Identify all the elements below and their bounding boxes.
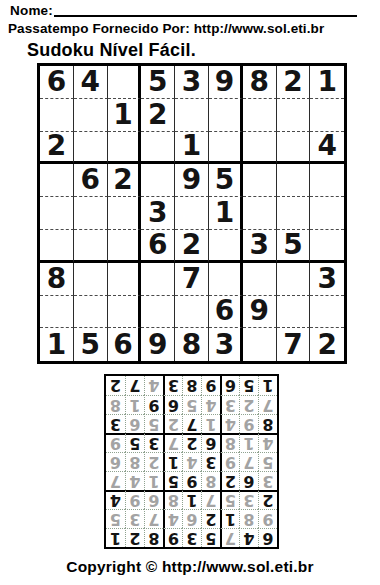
puzzle-cell-r2c7 xyxy=(243,99,277,132)
solution-cell-r8c6: 6 xyxy=(163,395,182,414)
name-label: Nome: xyxy=(10,3,53,18)
puzzle-cell-r1c2: 4 xyxy=(74,66,108,99)
puzzle-cell-r5c6: 1 xyxy=(209,197,243,230)
puzzle-cell-r4c4 xyxy=(141,164,175,197)
solution-cell-r9c7: 4 xyxy=(144,376,163,395)
name-row: Nome: xyxy=(10,3,357,18)
solution-cell-r5c3: 9 xyxy=(220,452,239,471)
page-title: Sudoku Nível Fácil. xyxy=(27,40,196,61)
puzzle-cell-r8c9 xyxy=(310,296,344,329)
solution-cell-r9c5: 8 xyxy=(182,376,201,395)
solution-cell-r1c2: 4 xyxy=(239,528,258,547)
puzzle-cell-r2c3: 1 xyxy=(108,99,142,132)
solution-cell-r4c3: 2 xyxy=(220,471,239,490)
puzzle-cell-r9c7 xyxy=(243,328,277,361)
solution-cell-r3c9: 4 xyxy=(106,490,125,509)
solution-cell-r4c6: 5 xyxy=(163,471,182,490)
puzzle-cell-r6c9 xyxy=(310,230,344,263)
puzzle-cell-r9c4: 9 xyxy=(141,328,175,361)
solution-cell-r2c6: 4 xyxy=(163,509,182,528)
provided-by-text: Passatempo Fornecido Por: http://www.sol… xyxy=(8,21,324,36)
solution-cell-r7c2: 9 xyxy=(239,414,258,433)
puzzle-cell-r6c8: 5 xyxy=(277,230,311,263)
solution-cell-r9c8: 7 xyxy=(125,376,144,395)
solution-cell-r4c2: 6 xyxy=(239,471,258,490)
solution-cell-r1c5: 3 xyxy=(182,528,201,547)
puzzle-cell-r3c9: 4 xyxy=(310,132,344,165)
puzzle-cell-r5c2 xyxy=(74,197,108,230)
solution-cell-r6c5: 2 xyxy=(182,433,201,452)
solution-cell-r1c9: 1 xyxy=(106,528,125,547)
solution-cell-r1c4: 5 xyxy=(201,528,220,547)
solution-cell-r4c5: 9 xyxy=(182,471,201,490)
puzzle-cell-r2c2 xyxy=(74,99,108,132)
puzzle-cell-r9c6: 3 xyxy=(209,328,243,361)
puzzle-cell-r9c2: 5 xyxy=(74,328,108,361)
puzzle-cell-r1c5: 3 xyxy=(175,66,209,99)
solution-cell-r3c8: 9 xyxy=(125,490,144,509)
puzzle-cell-r3c4 xyxy=(141,132,175,165)
puzzle-cell-r5c9 xyxy=(310,197,344,230)
solution-cell-r4c9: 7 xyxy=(106,471,125,490)
solution-cell-r9c3: 6 xyxy=(220,376,239,395)
puzzle-cell-r8c8 xyxy=(277,296,311,329)
puzzle-cell-r7c2 xyxy=(74,263,108,296)
puzzle-cell-r8c6: 6 xyxy=(209,296,243,329)
puzzle-cell-r1c6: 9 xyxy=(209,66,243,99)
solution-cell-r4c8: 4 xyxy=(125,471,144,490)
puzzle-cell-r3c1: 2 xyxy=(40,132,74,165)
solution-cell-r6c8: 5 xyxy=(125,433,144,452)
solution-cell-r3c5: 1 xyxy=(182,490,201,509)
puzzle-cell-r1c9: 1 xyxy=(310,66,344,99)
puzzle-cell-r6c7: 3 xyxy=(243,230,277,263)
puzzle-cell-r6c1 xyxy=(40,230,74,263)
solution-cell-r5c9: 6 xyxy=(106,452,125,471)
solution-cell-r7c8: 6 xyxy=(125,414,144,433)
solution-cell-r5c4: 3 xyxy=(201,452,220,471)
sudoku-solution-grid-rotated-180: 6475398219812647352357186943628951475793… xyxy=(104,374,279,549)
puzzle-cell-r4c2: 6 xyxy=(74,164,108,197)
puzzle-cell-r4c8 xyxy=(277,164,311,197)
puzzle-cell-r4c1 xyxy=(40,164,74,197)
solution-cell-r6c7: 3 xyxy=(144,433,163,452)
solution-cell-r9c4: 9 xyxy=(201,376,220,395)
puzzle-cell-r7c9: 3 xyxy=(310,263,344,296)
solution-cell-r1c6: 9 xyxy=(163,528,182,547)
puzzle-cell-r3c5: 1 xyxy=(175,132,209,165)
solution-cell-r2c3: 1 xyxy=(220,509,239,528)
solution-cell-r8c3: 3 xyxy=(220,395,239,414)
solution-cell-r3c6: 8 xyxy=(163,490,182,509)
puzzle-cell-r3c2 xyxy=(74,132,108,165)
puzzle-cell-r4c9 xyxy=(310,164,344,197)
solution-cell-r2c4: 2 xyxy=(201,509,220,528)
puzzle-cell-r2c8 xyxy=(277,99,311,132)
solution-cell-r5c5: 4 xyxy=(182,452,201,471)
puzzle-cell-r7c7 xyxy=(243,263,277,296)
puzzle-cell-r2c9 xyxy=(310,99,344,132)
solution-cell-r2c7: 7 xyxy=(144,509,163,528)
puzzle-cell-r5c7 xyxy=(243,197,277,230)
solution-cell-r9c9: 2 xyxy=(106,376,125,395)
puzzle-cell-r8c5 xyxy=(175,296,209,329)
solution-cell-r2c5: 6 xyxy=(182,509,201,528)
puzzle-cell-r1c3 xyxy=(108,66,142,99)
solution-cell-r1c7: 8 xyxy=(144,528,163,547)
puzzle-cell-r5c1 xyxy=(40,197,74,230)
puzzle-cell-r3c8 xyxy=(277,132,311,165)
puzzle-cell-r7c6 xyxy=(209,263,243,296)
solution-cell-r8c8: 1 xyxy=(125,395,144,414)
puzzle-cell-r8c3 xyxy=(108,296,142,329)
copyright-text: Copyright © http://www.sol.eti.br xyxy=(0,558,380,576)
name-blank-line xyxy=(54,15,357,17)
solution-cell-r3c4: 7 xyxy=(201,490,220,509)
solution-cell-r1c3: 7 xyxy=(220,528,239,547)
solution-cell-r7c5: 7 xyxy=(182,414,201,433)
solution-cell-r4c1: 3 xyxy=(258,471,277,490)
solution-cell-r9c1: 1 xyxy=(258,376,277,395)
solution-cell-r2c1: 9 xyxy=(258,509,277,528)
puzzle-cell-r8c2 xyxy=(74,296,108,329)
solution-cell-r8c7: 9 xyxy=(144,395,163,414)
solution-cell-r3c7: 6 xyxy=(144,490,163,509)
puzzle-cell-r4c3: 2 xyxy=(108,164,142,197)
sudoku-worksheet-page: Nome: Passatempo Fornecido Por: http://w… xyxy=(0,0,380,585)
puzzle-cell-r7c3 xyxy=(108,263,142,296)
solution-cell-r7c3: 4 xyxy=(220,414,239,433)
solution-cell-r3c1: 2 xyxy=(258,490,277,509)
puzzle-cell-r4c7 xyxy=(243,164,277,197)
puzzle-cell-r6c3 xyxy=(108,230,142,263)
solution-cell-r2c8: 3 xyxy=(125,509,144,528)
puzzle-cell-r9c5: 8 xyxy=(175,328,209,361)
solution-cell-r6c6: 7 xyxy=(163,433,182,452)
puzzle-cell-r6c6 xyxy=(209,230,243,263)
solution-cell-r5c1: 5 xyxy=(258,452,277,471)
solution-cell-r1c8: 2 xyxy=(125,528,144,547)
solution-cell-r9c6: 3 xyxy=(163,376,182,395)
puzzle-cell-r9c3: 6 xyxy=(108,328,142,361)
puzzle-cell-r8c7: 9 xyxy=(243,296,277,329)
solution-cell-r8c1: 7 xyxy=(258,395,277,414)
puzzle-cell-r8c1 xyxy=(40,296,74,329)
sudoku-puzzle-grid: 645398211221462953162358736915698372 xyxy=(37,63,347,364)
solution-cell-r8c9: 8 xyxy=(106,395,125,414)
solution-cell-r7c4: 1 xyxy=(201,414,220,433)
puzzle-cell-r4c6: 5 xyxy=(209,164,243,197)
puzzle-cell-r5c3 xyxy=(108,197,142,230)
puzzle-cell-r6c4: 6 xyxy=(141,230,175,263)
solution-cell-r8c2: 2 xyxy=(239,395,258,414)
puzzle-cell-r5c5 xyxy=(175,197,209,230)
puzzle-cell-r7c4 xyxy=(141,263,175,296)
solution-cell-r8c4: 4 xyxy=(201,395,220,414)
puzzle-cell-r2c1 xyxy=(40,99,74,132)
solution-cell-r7c1: 8 xyxy=(258,414,277,433)
puzzle-cell-r6c5: 2 xyxy=(175,230,209,263)
solution-cell-r2c2: 8 xyxy=(239,509,258,528)
solution-cell-r6c9: 9 xyxy=(106,433,125,452)
puzzle-cell-r3c3 xyxy=(108,132,142,165)
solution-cell-r5c7: 2 xyxy=(144,452,163,471)
solution-cell-r7c9: 3 xyxy=(106,414,125,433)
puzzle-cell-r2c4: 2 xyxy=(141,99,175,132)
solution-cell-r3c2: 3 xyxy=(239,490,258,509)
puzzle-cell-r8c4 xyxy=(141,296,175,329)
solution-cell-r7c6: 2 xyxy=(163,414,182,433)
puzzle-cell-r3c7 xyxy=(243,132,277,165)
solution-cell-r6c2: 1 xyxy=(239,433,258,452)
puzzle-cell-r6c2 xyxy=(74,230,108,263)
puzzle-cell-r7c1: 8 xyxy=(40,263,74,296)
puzzle-cell-r1c8: 2 xyxy=(277,66,311,99)
solution-cell-r4c4: 8 xyxy=(201,471,220,490)
puzzle-cell-r3c6 xyxy=(209,132,243,165)
puzzle-cell-r9c1: 1 xyxy=(40,328,74,361)
puzzle-cell-r9c8: 7 xyxy=(277,328,311,361)
solution-cell-r4c7: 1 xyxy=(144,471,163,490)
puzzle-cell-r2c5 xyxy=(175,99,209,132)
solution-cell-r6c4: 6 xyxy=(201,433,220,452)
puzzle-cell-r5c4: 3 xyxy=(141,197,175,230)
puzzle-cell-r2c6 xyxy=(209,99,243,132)
solution-cell-r5c8: 8 xyxy=(125,452,144,471)
puzzle-cell-r4c5: 9 xyxy=(175,164,209,197)
puzzle-cell-r1c1: 6 xyxy=(40,66,74,99)
solution-cell-r1c1: 6 xyxy=(258,528,277,547)
puzzle-cell-r1c7: 8 xyxy=(243,66,277,99)
solution-cell-r8c5: 5 xyxy=(182,395,201,414)
puzzle-cell-r7c5: 7 xyxy=(175,263,209,296)
solution-cell-r3c3: 5 xyxy=(220,490,239,509)
puzzle-cell-r7c8 xyxy=(277,263,311,296)
solution-cell-r6c1: 4 xyxy=(258,433,277,452)
solution-cell-r2c9: 5 xyxy=(106,509,125,528)
solution-cell-r7c7: 5 xyxy=(144,414,163,433)
solution-cell-r9c2: 5 xyxy=(239,376,258,395)
puzzle-cell-r9c9: 2 xyxy=(310,328,344,361)
solution-cell-r5c6: 1 xyxy=(163,452,182,471)
puzzle-cell-r1c4: 5 xyxy=(141,66,175,99)
solution-cell-r5c2: 7 xyxy=(239,452,258,471)
puzzle-cell-r5c8 xyxy=(277,197,311,230)
solution-cell-r6c3: 8 xyxy=(220,433,239,452)
